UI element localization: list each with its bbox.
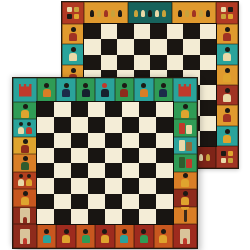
square-d1-dark (88, 209, 105, 224)
square-e1-light (105, 209, 122, 224)
border-corner (173, 78, 197, 102)
figure-icon (181, 173, 190, 187)
border-corner (13, 224, 37, 248)
border-cell (216, 105, 238, 125)
motif-dot (186, 159, 192, 168)
motif-dot (228, 158, 233, 163)
village-scene-icon (179, 157, 192, 168)
castle-icon (178, 84, 191, 97)
border-cell (154, 78, 173, 102)
square-h5-dark (156, 148, 173, 163)
village-scene-icon (179, 123, 192, 134)
motif-dot (199, 10, 203, 17)
trinkets-icon (66, 7, 81, 19)
figure-icon (69, 27, 78, 41)
front-board-bottom-border (13, 224, 197, 248)
square-f3-dark (122, 178, 139, 193)
square-h1-dark (200, 131, 217, 146)
square-g2-dark (139, 194, 156, 209)
square-b7-dark (54, 117, 71, 132)
figure-icon (62, 229, 71, 243)
square-b6-light (101, 55, 118, 70)
square-b6-light (54, 133, 71, 148)
square-h1-dark (156, 209, 173, 224)
border-corner (62, 2, 84, 24)
figure-icon (223, 88, 232, 102)
square-f7-dark (122, 117, 139, 132)
square-e6-dark (105, 133, 122, 148)
border-cell (37, 224, 56, 248)
figure-icon (181, 191, 190, 205)
motif-dot (183, 238, 187, 244)
square-d8-light (88, 102, 105, 117)
motif-dot (74, 7, 79, 12)
trinkets-icon (220, 7, 235, 19)
square-h2-light (156, 194, 173, 209)
building-icon (20, 208, 30, 223)
figure-icon (62, 83, 71, 97)
square-d8-light (134, 24, 151, 39)
figure-icon (223, 68, 232, 82)
square-e4-dark (105, 163, 122, 178)
border-cell (216, 24, 238, 44)
square-b3-dark (54, 178, 71, 193)
border-cell (76, 78, 95, 102)
figure-icon (21, 191, 30, 205)
square-f6-light (167, 55, 184, 70)
square-c1-light (71, 209, 88, 224)
square-f4-light (122, 163, 139, 178)
border-cell (76, 224, 95, 248)
figure-icon (223, 27, 232, 41)
border-cell (13, 172, 37, 189)
square-e8-dark (105, 102, 122, 117)
motif-dot (221, 14, 226, 19)
border-cell (216, 44, 238, 64)
border-cell (134, 224, 153, 248)
square-b4-light (54, 163, 71, 178)
motif-row (90, 10, 122, 17)
square-c7-light (71, 117, 88, 132)
square-d3-dark (88, 178, 105, 193)
square-h5-dark (200, 70, 217, 85)
figure-icon (223, 108, 232, 122)
motif-dot (134, 10, 138, 17)
square-c4-dark (71, 163, 88, 178)
border-cell (134, 78, 153, 102)
motif-dot (23, 217, 27, 223)
border-cell (115, 78, 134, 102)
square-g4-dark (139, 163, 156, 178)
square-g5-light (139, 148, 156, 163)
square-f8-light (122, 102, 139, 117)
motif-dot (179, 157, 185, 168)
figure-icon (120, 83, 129, 97)
figure-icon (42, 83, 51, 97)
figure-icon (223, 129, 232, 143)
square-h2-light (200, 116, 217, 131)
square-e6-dark (150, 55, 167, 70)
motif-dot (221, 7, 226, 12)
border-cell (62, 24, 84, 44)
border-cell (173, 172, 197, 189)
front-board-squares (37, 102, 173, 224)
square-g1-light (139, 209, 156, 224)
square-e2-dark (105, 194, 122, 209)
square-h7-dark (200, 39, 217, 54)
square-b8-light (54, 102, 71, 117)
motif-dot (111, 10, 115, 17)
border-cell (115, 224, 134, 248)
back-board-right-border (216, 24, 238, 146)
square-a6-dark (37, 133, 54, 148)
border-cell (13, 154, 37, 171)
square-b5-dark (54, 148, 71, 163)
border-cell (84, 2, 128, 24)
square-f8-light (167, 24, 184, 39)
border-cell (37, 78, 56, 102)
square-h7-dark (156, 117, 173, 132)
motif-dot (192, 10, 196, 17)
motif-dot (155, 10, 159, 17)
square-c6-dark (117, 55, 134, 70)
motif-dot (74, 14, 79, 19)
front-board-left-border (13, 102, 37, 224)
motif-dot (186, 125, 192, 134)
square-d7-dark (134, 39, 151, 54)
border-cell (216, 65, 238, 85)
building-icon (20, 229, 30, 244)
figure-icon (223, 47, 232, 61)
figure-icon (159, 83, 168, 97)
square-c8-dark (117, 24, 134, 39)
square-f2-light (122, 194, 139, 209)
motif-dot (221, 158, 226, 163)
motif-dot (185, 10, 189, 17)
motif-dot (162, 10, 166, 17)
border-cell (173, 154, 197, 171)
motif-dot (206, 154, 210, 161)
motif-dot (199, 154, 203, 161)
square-d4-light (88, 163, 105, 178)
border-corner (173, 224, 197, 248)
square-d6-light (88, 133, 105, 148)
border-cell (56, 224, 75, 248)
motif-dot (228, 14, 233, 19)
border-cell (173, 189, 197, 206)
border-cell (173, 102, 197, 119)
square-e8-dark (150, 24, 167, 39)
border-cell (13, 119, 37, 136)
square-d5-dark (88, 148, 105, 163)
square-c5-light (71, 148, 88, 163)
motif-dot (141, 10, 145, 17)
figure-icon (100, 83, 109, 97)
border-cell (173, 119, 197, 136)
square-c8-dark (71, 102, 88, 117)
building-icon (180, 229, 190, 244)
border-cell (13, 189, 37, 206)
square-h4-light (156, 163, 173, 178)
figure-icon (21, 156, 30, 170)
border-cell (56, 78, 75, 102)
border-cell (13, 207, 37, 224)
border-corner (13, 78, 37, 102)
border-cell (95, 224, 114, 248)
border-corner (216, 2, 238, 24)
square-b7-dark (101, 39, 118, 54)
square-d6-light (134, 55, 151, 70)
square-g8-dark (183, 24, 200, 39)
square-a2-dark (37, 194, 54, 209)
border-cell (216, 126, 238, 146)
figure-icon (26, 174, 33, 186)
motif-row (178, 10, 210, 17)
figure-icon (81, 229, 90, 243)
figure-icon (81, 83, 90, 97)
motif-dot (186, 142, 192, 151)
square-c7-light (117, 39, 134, 54)
figure-icon (18, 174, 25, 186)
border-cell (128, 2, 172, 24)
square-d7-dark (88, 117, 105, 132)
front-board-top-border (13, 78, 197, 102)
square-h3-dark (200, 100, 217, 115)
square-e7-light (150, 39, 167, 54)
motif-dot (206, 10, 210, 17)
motif-dot (67, 14, 72, 19)
lamp-post-icon (184, 208, 187, 222)
figure-icon (21, 104, 30, 118)
square-a4-dark (37, 163, 54, 178)
square-f7-dark (167, 39, 184, 54)
square-h4-light (200, 85, 217, 100)
border-cell (95, 78, 114, 102)
border-cell (172, 2, 216, 24)
front-board (13, 78, 197, 248)
motif-dot (97, 10, 101, 17)
square-d2-light (88, 194, 105, 209)
square-b8-light (101, 24, 118, 39)
square-a3-light (37, 178, 54, 193)
motif-dot (221, 151, 226, 156)
border-cell (13, 137, 37, 154)
square-h6-light (200, 55, 217, 70)
motif-dot (23, 238, 27, 244)
border-cell (62, 44, 84, 64)
square-e5-light (105, 148, 122, 163)
border-cell (13, 102, 37, 119)
square-g7-light (183, 39, 200, 54)
border-cell (216, 85, 238, 105)
square-h8-light (200, 24, 217, 39)
square-e7-light (105, 117, 122, 132)
square-b2-light (54, 194, 71, 209)
border-cell (173, 207, 197, 224)
square-g6-dark (139, 133, 156, 148)
motif-dot (90, 10, 94, 17)
figure-icon (18, 122, 25, 134)
square-h3-dark (156, 178, 173, 193)
motif-dot (178, 10, 182, 17)
figure-icon (120, 229, 129, 243)
figure-icon (42, 229, 51, 243)
border-cell (154, 224, 173, 248)
square-f5-dark (122, 148, 139, 163)
figure-icon (100, 229, 109, 243)
square-a7-light (37, 117, 54, 132)
square-a5-light (37, 148, 54, 163)
square-g3-light (139, 178, 156, 193)
square-h8-light (156, 102, 173, 117)
motif-dot (67, 7, 72, 12)
motif-dot (104, 10, 108, 17)
square-c3-light (71, 178, 88, 193)
square-g8-dark (139, 102, 156, 117)
figure-icon (139, 229, 148, 243)
square-g6-dark (183, 55, 200, 70)
figure-icon (159, 229, 168, 243)
motif-dot (179, 123, 185, 134)
figure-icon (139, 83, 148, 97)
square-a8-dark (84, 24, 101, 39)
square-a1-light (37, 209, 54, 224)
border-corner (216, 146, 238, 168)
product-photo (0, 0, 250, 250)
front-board-right-border (173, 102, 197, 224)
motif-row (134, 10, 166, 17)
square-a8-dark (37, 102, 54, 117)
figure-icon (181, 104, 190, 118)
trinkets-icon (220, 151, 235, 163)
square-f6-light (122, 133, 139, 148)
back-board-top-border (62, 2, 238, 24)
square-c6-dark (71, 133, 88, 148)
square-a6-dark (84, 55, 101, 70)
motif-dot (228, 7, 233, 12)
motif-dot (179, 140, 185, 151)
square-c2-dark (71, 194, 88, 209)
figure-icon (26, 122, 33, 134)
square-b1-dark (54, 209, 71, 224)
square-a7-light (84, 39, 101, 54)
motif-dot (148, 10, 152, 17)
square-e3-light (105, 178, 122, 193)
square-h6-light (156, 133, 173, 148)
village-scene-icon (179, 140, 192, 151)
motif-dot (228, 151, 233, 156)
square-f1-dark (122, 209, 139, 224)
motif-dot (118, 10, 122, 17)
castle-icon (19, 84, 32, 97)
border-cell (173, 137, 197, 154)
figure-icon (69, 47, 78, 61)
figure-icon (21, 139, 30, 153)
square-g7-light (139, 117, 156, 132)
